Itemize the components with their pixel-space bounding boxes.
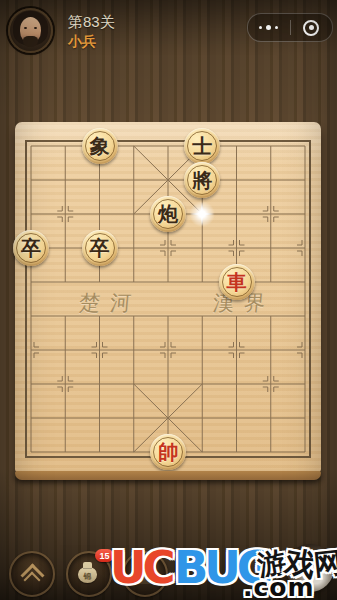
three-dots-icon — [259, 25, 278, 30]
avatar — [8, 8, 53, 53]
watermark-site: 游戏网 — [258, 550, 337, 578]
more-menu-button[interactable] — [248, 14, 290, 41]
watermark-sphere — [286, 544, 334, 592]
hint-count-badge: 15 — [95, 549, 114, 562]
piece-red-general[interactable]: 帥 — [150, 434, 186, 470]
river-label-left: 楚河 — [78, 289, 142, 317]
piece-black-soldier-a[interactable]: 卒 — [13, 230, 49, 266]
piece-black-general[interactable]: 將 — [184, 162, 220, 198]
piece-glyph: 將 — [192, 170, 212, 190]
circle-target-icon — [303, 20, 319, 36]
piece-glyph: 士 — [192, 136, 212, 156]
piece-black-soldier-b[interactable]: 卒 — [82, 230, 118, 266]
exit-button[interactable] — [291, 14, 333, 41]
piece-black-elephant[interactable]: 象 — [82, 128, 118, 164]
level-title: 第83关 — [68, 13, 115, 32]
rank-subtitle: 小兵 — [68, 33, 96, 51]
piece-black-advisor[interactable]: 士 — [184, 128, 220, 164]
watermark-dotcom: .com — [243, 575, 315, 600]
partial-number-text: 21 — [237, 562, 251, 577]
expand-menu-button[interactable] — [9, 551, 55, 597]
watermark-bug: BUG — [174, 545, 270, 590]
piece-glyph: 卒 — [90, 238, 110, 258]
piece-glyph: 車 — [227, 272, 247, 292]
watermark-site-char: 游 — [256, 548, 288, 580]
watermark-site-char: 戏 — [282, 546, 317, 581]
piece-black-cannon[interactable]: 炮 — [150, 196, 186, 232]
watermark-site-char: 网 — [313, 549, 337, 580]
xiangqi-board[interactable]: 楚河 漢界 象士將炮卒卒車帥 — [15, 122, 321, 472]
avatar-eyes — [24, 27, 27, 29]
piece-glyph: 象 — [90, 136, 110, 156]
piece-glyph: 炮 — [158, 204, 178, 224]
extra-button[interactable] — [122, 551, 168, 597]
money-bag-icon: 锦 — [78, 567, 97, 583]
piece-red-chariot[interactable]: 車 — [219, 264, 255, 300]
wechat-capsule — [247, 13, 333, 42]
piece-glyph: 帥 — [158, 442, 178, 462]
avatar-beard — [23, 36, 38, 47]
app-screen: 第83关 小兵 楚河 漢界 象士將炮卒卒車帥 锦 15 21 UC BUG 游戏… — [0, 0, 337, 600]
piece-glyph: 卒 — [21, 238, 41, 258]
bag-label: 锦 — [84, 571, 92, 582]
